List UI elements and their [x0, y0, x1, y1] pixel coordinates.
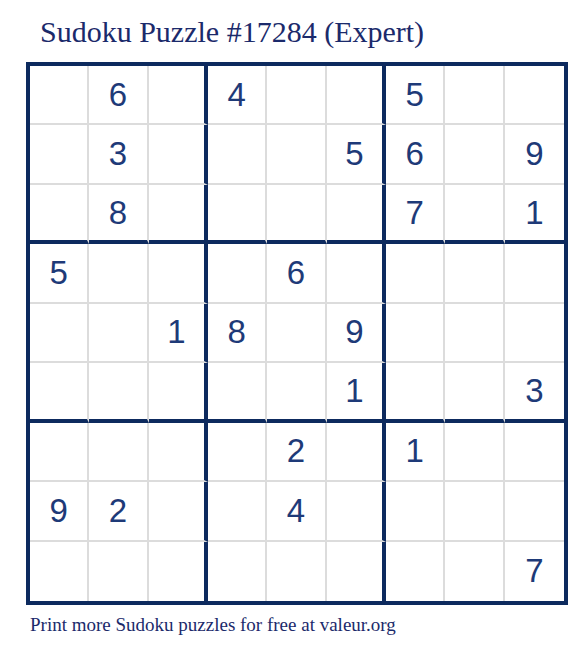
cell-r7c5: 2 — [267, 423, 326, 482]
cell-r8c4 — [208, 482, 267, 541]
cell-r4c1: 5 — [30, 244, 89, 303]
cell-r4c6 — [327, 244, 386, 303]
cell-r1c2: 6 — [89, 66, 148, 125]
cell-r6c8 — [445, 363, 504, 422]
cell-r5c6: 9 — [327, 304, 386, 363]
cell-r1c6 — [327, 66, 386, 125]
cell-r7c8 — [445, 423, 504, 482]
cell-r7c1 — [30, 423, 89, 482]
cell-r5c8 — [445, 304, 504, 363]
cell-r5c4: 8 — [208, 304, 267, 363]
cell-r2c1 — [30, 125, 89, 184]
cell-r6c7 — [386, 363, 445, 422]
cell-r7c6 — [327, 423, 386, 482]
cell-r9c9: 7 — [505, 542, 564, 601]
cell-r1c1 — [30, 66, 89, 125]
cell-r7c2 — [89, 423, 148, 482]
cell-r6c9: 3 — [505, 363, 564, 422]
cell-r3c7: 7 — [386, 185, 445, 244]
cell-r5c9 — [505, 304, 564, 363]
cell-r4c3 — [149, 244, 208, 303]
cell-r9c8 — [445, 542, 504, 601]
cell-r3c5 — [267, 185, 326, 244]
cell-r5c5 — [267, 304, 326, 363]
cell-r1c5 — [267, 66, 326, 125]
cell-r8c2: 2 — [89, 482, 148, 541]
cell-r7c7: 1 — [386, 423, 445, 482]
cell-r3c6 — [327, 185, 386, 244]
cell-r9c7 — [386, 542, 445, 601]
cell-r5c2 — [89, 304, 148, 363]
cell-r9c3 — [149, 542, 208, 601]
cell-r8c8 — [445, 482, 504, 541]
cell-r2c8 — [445, 125, 504, 184]
cell-r4c2 — [89, 244, 148, 303]
cell-r3c1 — [30, 185, 89, 244]
sudoku-board: 64535698715618913219247 — [26, 62, 568, 605]
cell-r1c8 — [445, 66, 504, 125]
cell-r5c7 — [386, 304, 445, 363]
cell-r1c3 — [149, 66, 208, 125]
cell-r7c9 — [505, 423, 564, 482]
cell-r2c7: 6 — [386, 125, 445, 184]
cell-r9c5 — [267, 542, 326, 601]
cell-r3c4 — [208, 185, 267, 244]
cell-r3c2: 8 — [89, 185, 148, 244]
cell-r4c4 — [208, 244, 267, 303]
cell-r8c3 — [149, 482, 208, 541]
cell-r7c3 — [149, 423, 208, 482]
cell-r9c6 — [327, 542, 386, 601]
page-title: Sudoku Puzzle #17284 (Expert) — [40, 12, 424, 52]
cell-r2c2: 3 — [89, 125, 148, 184]
cell-r6c2 — [89, 363, 148, 422]
cell-r9c4 — [208, 542, 267, 601]
cell-r9c1 — [30, 542, 89, 601]
cell-r1c4: 4 — [208, 66, 267, 125]
cell-r6c3 — [149, 363, 208, 422]
cell-r3c3 — [149, 185, 208, 244]
cell-r1c9 — [505, 66, 564, 125]
cell-r2c5 — [267, 125, 326, 184]
cell-r3c8 — [445, 185, 504, 244]
cell-r6c5 — [267, 363, 326, 422]
cell-r8c1: 9 — [30, 482, 89, 541]
sudoku-page: Sudoku Puzzle #17284 (Expert) 6453569871… — [0, 0, 580, 651]
cell-r8c9 — [505, 482, 564, 541]
cell-r6c6: 1 — [327, 363, 386, 422]
cell-r8c7 — [386, 482, 445, 541]
cell-r1c7: 5 — [386, 66, 445, 125]
cell-r7c4 — [208, 423, 267, 482]
cell-r8c5: 4 — [267, 482, 326, 541]
cell-r2c9: 9 — [505, 125, 564, 184]
cell-r5c3: 1 — [149, 304, 208, 363]
footer-text: Print more Sudoku puzzles for free at va… — [30, 612, 396, 638]
cell-r4c7 — [386, 244, 445, 303]
cell-r2c3 — [149, 125, 208, 184]
cell-r4c5: 6 — [267, 244, 326, 303]
cell-r6c4 — [208, 363, 267, 422]
cell-r2c6: 5 — [327, 125, 386, 184]
cell-r5c1 — [30, 304, 89, 363]
cell-r6c1 — [30, 363, 89, 422]
cell-r4c8 — [445, 244, 504, 303]
cell-r2c4 — [208, 125, 267, 184]
cell-r4c9 — [505, 244, 564, 303]
cell-r3c9: 1 — [505, 185, 564, 244]
cell-r9c2 — [89, 542, 148, 601]
cell-r8c6 — [327, 482, 386, 541]
